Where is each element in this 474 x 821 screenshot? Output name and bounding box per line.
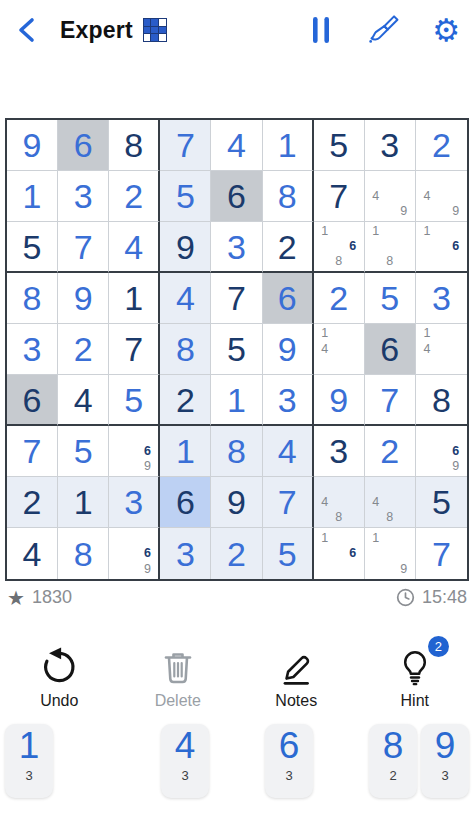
cell-r1c4[interactable]: 7 bbox=[160, 120, 211, 171]
given-digit: 9 bbox=[176, 230, 195, 264]
cell-r4c2[interactable]: 9 bbox=[58, 273, 109, 324]
user-digit: 3 bbox=[278, 383, 297, 417]
cell-r1c8[interactable]: 3 bbox=[365, 120, 416, 171]
cell-r6c3[interactable]: 5 bbox=[109, 375, 160, 426]
cell-r9c6[interactable]: 5 bbox=[263, 528, 314, 579]
notes-label: Notes bbox=[275, 692, 317, 710]
cell-r7c8[interactable]: 2 bbox=[365, 426, 416, 477]
given-digit: 3 bbox=[329, 434, 348, 468]
user-digit: 3 bbox=[23, 332, 42, 366]
user-digit: 5 bbox=[176, 179, 195, 213]
cell-r6c9[interactable]: 8 bbox=[416, 375, 467, 426]
hint-label: Hint bbox=[401, 692, 429, 710]
cell-r4c4[interactable]: 4 bbox=[160, 273, 211, 324]
cell-r6c6[interactable]: 3 bbox=[263, 375, 314, 426]
cell-r8c3[interactable]: 3 bbox=[109, 477, 160, 528]
user-digit: 1 bbox=[227, 383, 246, 417]
notes-grid: 49 bbox=[365, 171, 415, 221]
pause-icon bbox=[308, 16, 334, 44]
numpad-key-1[interactable]: 13 bbox=[5, 724, 53, 798]
notes-grid: 69 bbox=[416, 426, 467, 476]
user-digit: 3 bbox=[176, 537, 195, 571]
cell-r8c5[interactable]: 9 bbox=[211, 477, 262, 528]
user-digit: 9 bbox=[329, 383, 348, 417]
cell-r4c3[interactable]: 1 bbox=[109, 273, 160, 324]
given-digit: 1 bbox=[124, 281, 143, 315]
cell-r9c3[interactable]: 69 bbox=[109, 528, 160, 579]
user-digit: 8 bbox=[74, 537, 93, 571]
notes-grid: 69 bbox=[109, 426, 158, 476]
difficulty-grid-icon bbox=[143, 18, 167, 42]
numpad-digit: 4 bbox=[175, 726, 196, 767]
cell-r1c7[interactable]: 5 bbox=[314, 120, 365, 171]
trash-icon bbox=[158, 646, 198, 688]
star-icon: ★ bbox=[7, 588, 25, 608]
cell-r7c7[interactable]: 3 bbox=[314, 426, 365, 477]
notes-grid: 48 bbox=[365, 477, 415, 527]
cell-r4c1[interactable]: 8 bbox=[7, 273, 58, 324]
cell-r5c4[interactable]: 8 bbox=[160, 324, 211, 375]
given-digit: 1 bbox=[74, 485, 93, 519]
cell-r8c4[interactable]: 6 bbox=[160, 477, 211, 528]
cell-r7c4[interactable]: 1 bbox=[160, 426, 211, 477]
notes-grid: 16 bbox=[416, 222, 467, 271]
given-digit: 6 bbox=[380, 332, 399, 366]
cell-r3c1[interactable]: 5 bbox=[7, 222, 58, 273]
user-digit: 5 bbox=[278, 537, 297, 571]
cell-r8c8[interactable]: 48 bbox=[365, 477, 416, 528]
numpad-digit: 8 bbox=[383, 726, 404, 767]
undo-icon bbox=[38, 646, 80, 688]
numpad-key-4[interactable]: 43 bbox=[161, 724, 209, 798]
given-digit: 5 bbox=[227, 332, 246, 366]
cell-r4c6[interactable]: 6 bbox=[263, 273, 314, 324]
user-digit: 2 bbox=[329, 281, 348, 315]
pencil-icon bbox=[275, 646, 317, 688]
numpad-remaining-count: 3 bbox=[181, 768, 188, 783]
cell-r9c9[interactable]: 7 bbox=[416, 528, 467, 579]
cell-r6c8[interactable]: 7 bbox=[365, 375, 416, 426]
user-digit: 1 bbox=[278, 128, 297, 162]
numpad-digit: 9 bbox=[435, 726, 456, 767]
toolbar: Undo Delete Notes bbox=[0, 642, 474, 710]
numpad-digit: 6 bbox=[279, 726, 300, 767]
user-digit: 4 bbox=[227, 128, 246, 162]
user-digit: 8 bbox=[23, 281, 42, 315]
cell-r3c7[interactable]: 168 bbox=[314, 222, 365, 273]
cell-r2c7[interactable]: 7 bbox=[314, 171, 365, 222]
numpad-remaining-count: 3 bbox=[25, 768, 32, 783]
cell-r6c5[interactable]: 1 bbox=[211, 375, 262, 426]
hint-badge: 2 bbox=[428, 636, 449, 657]
given-digit: 6 bbox=[23, 383, 42, 417]
cell-r5c5[interactable]: 5 bbox=[211, 324, 262, 375]
user-digit: 1 bbox=[176, 434, 195, 468]
given-digit: 2 bbox=[176, 383, 195, 417]
given-digit: 7 bbox=[227, 281, 246, 315]
cell-r3c5[interactable]: 3 bbox=[211, 222, 262, 273]
chevron-left-icon bbox=[15, 16, 39, 44]
user-digit: 2 bbox=[124, 179, 143, 213]
cell-r4c7[interactable]: 2 bbox=[314, 273, 365, 324]
numpad-key-9[interactable]: 93 bbox=[421, 724, 469, 798]
user-digit: 5 bbox=[74, 434, 93, 468]
cell-r7c5[interactable]: 8 bbox=[211, 426, 262, 477]
cell-r9c5[interactable]: 2 bbox=[211, 528, 262, 579]
numpad-digit: 1 bbox=[19, 726, 40, 767]
numpad-remaining-count: 3 bbox=[285, 768, 292, 783]
cell-r2c3[interactable]: 2 bbox=[109, 171, 160, 222]
given-digit: 2 bbox=[278, 230, 297, 264]
user-digit: 4 bbox=[278, 434, 297, 468]
delete-label: Delete bbox=[155, 692, 201, 710]
cell-r5c6[interactable]: 9 bbox=[263, 324, 314, 375]
cell-r8c1[interactable]: 2 bbox=[7, 477, 58, 528]
user-digit: 7 bbox=[278, 485, 297, 519]
status-row: ★ 1830 15:48 bbox=[0, 587, 474, 608]
cell-r3c8[interactable]: 18 bbox=[365, 222, 416, 273]
given-digit: 6 bbox=[176, 485, 195, 519]
cell-r3c9[interactable]: 16 bbox=[416, 222, 467, 273]
cell-r8c6[interactable]: 7 bbox=[263, 477, 314, 528]
user-digit: 6 bbox=[74, 128, 93, 162]
given-digit: 4 bbox=[23, 537, 42, 571]
user-digit: 6 bbox=[278, 281, 297, 315]
cell-r2c2[interactable]: 3 bbox=[58, 171, 109, 222]
user-digit: 2 bbox=[432, 128, 451, 162]
undo-button[interactable]: Undo bbox=[0, 642, 119, 710]
cell-r2c5[interactable]: 6 bbox=[211, 171, 262, 222]
score-value: 1830 bbox=[32, 587, 72, 608]
given-digit: 5 bbox=[23, 230, 42, 264]
given-digit: 6 bbox=[227, 179, 246, 213]
user-digit: 8 bbox=[278, 179, 297, 213]
cell-r5c1[interactable]: 3 bbox=[7, 324, 58, 375]
cell-r8c7[interactable]: 48 bbox=[314, 477, 365, 528]
cell-r4c5[interactable]: 7 bbox=[211, 273, 262, 324]
cell-r7c2[interactable]: 5 bbox=[58, 426, 109, 477]
cell-r6c2[interactable]: 4 bbox=[58, 375, 109, 426]
user-digit: 3 bbox=[227, 230, 246, 264]
cell-r1c3[interactable]: 8 bbox=[109, 120, 160, 171]
cell-r1c1[interactable]: 9 bbox=[7, 120, 58, 171]
cell-r1c5[interactable]: 4 bbox=[211, 120, 262, 171]
pause-button[interactable] bbox=[308, 16, 334, 44]
given-digit: 2 bbox=[23, 485, 42, 519]
cell-r5c7[interactable]: 14 bbox=[314, 324, 365, 375]
cell-r3c4[interactable]: 9 bbox=[160, 222, 211, 273]
given-digit: 3 bbox=[380, 128, 399, 162]
given-digit: 4 bbox=[74, 383, 93, 417]
user-digit: 2 bbox=[380, 434, 399, 468]
cell-r6c1[interactable]: 6 bbox=[7, 375, 58, 426]
time-value: 15:48 bbox=[422, 587, 467, 608]
notes-button[interactable]: Notes bbox=[237, 642, 356, 710]
cell-r6c4[interactable]: 2 bbox=[160, 375, 211, 426]
user-digit: 5 bbox=[124, 383, 143, 417]
cell-r5c8[interactable]: 6 bbox=[365, 324, 416, 375]
cell-r5c3[interactable]: 7 bbox=[109, 324, 160, 375]
paint-brush-icon bbox=[366, 13, 400, 47]
settings-button[interactable]: ⚙ bbox=[432, 15, 460, 46]
given-digit: 5 bbox=[329, 128, 348, 162]
user-digit: 9 bbox=[74, 281, 93, 315]
cell-r5c9[interactable]: 14 bbox=[416, 324, 467, 375]
notes-grid: 19 bbox=[365, 528, 415, 579]
user-digit: 5 bbox=[380, 281, 399, 315]
cell-r7c3[interactable]: 69 bbox=[109, 426, 160, 477]
user-digit: 2 bbox=[227, 537, 246, 571]
page-title: Expert bbox=[60, 17, 133, 44]
cell-r2c1[interactable]: 1 bbox=[7, 171, 58, 222]
numpad: 1343638293 bbox=[5, 724, 469, 798]
cell-r8c2[interactable]: 1 bbox=[58, 477, 109, 528]
cell-r2c9[interactable]: 49 bbox=[416, 171, 467, 222]
cell-r7c1[interactable]: 7 bbox=[7, 426, 58, 477]
notes-grid: 14 bbox=[416, 324, 467, 374]
notes-grid: 18 bbox=[365, 222, 415, 271]
numpad-key-6[interactable]: 63 bbox=[265, 724, 313, 798]
user-digit: 2 bbox=[74, 332, 93, 366]
user-digit: 4 bbox=[124, 230, 143, 264]
cell-r3c3[interactable]: 4 bbox=[109, 222, 160, 273]
given-digit: 7 bbox=[329, 179, 348, 213]
cell-r6c7[interactable]: 9 bbox=[314, 375, 365, 426]
given-digit: 8 bbox=[432, 383, 451, 417]
cell-r4c8[interactable]: 5 bbox=[365, 273, 416, 324]
cell-r3c2[interactable]: 7 bbox=[58, 222, 109, 273]
delete-button[interactable]: Delete bbox=[119, 642, 238, 710]
given-digit: 9 bbox=[227, 485, 246, 519]
cell-r1c9[interactable]: 2 bbox=[416, 120, 467, 171]
cell-r7c6[interactable]: 4 bbox=[263, 426, 314, 477]
user-digit: 7 bbox=[432, 537, 451, 571]
cell-r1c6[interactable]: 1 bbox=[263, 120, 314, 171]
gear-icon: ⚙ bbox=[432, 15, 460, 46]
cell-r9c7[interactable]: 16 bbox=[314, 528, 365, 579]
user-digit: 7 bbox=[23, 434, 42, 468]
cell-r8c9[interactable]: 5 bbox=[416, 477, 467, 528]
given-digit: 5 bbox=[432, 485, 451, 519]
cell-r9c4[interactable]: 3 bbox=[160, 528, 211, 579]
user-digit: 8 bbox=[176, 332, 195, 366]
notes-grid: 14 bbox=[314, 324, 364, 374]
clock-icon bbox=[396, 588, 415, 607]
notes-grid: 48 bbox=[314, 477, 364, 527]
numpad-remaining-count: 2 bbox=[389, 768, 396, 783]
user-digit: 9 bbox=[23, 128, 42, 162]
user-digit: 4 bbox=[176, 281, 195, 315]
given-digit: 8 bbox=[124, 128, 143, 162]
user-digit: 3 bbox=[432, 281, 451, 315]
user-digit: 7 bbox=[176, 128, 195, 162]
user-digit: 9 bbox=[278, 332, 297, 366]
cell-r2c8[interactable]: 49 bbox=[365, 171, 416, 222]
cell-r7c9[interactable]: 69 bbox=[416, 426, 467, 477]
cell-r9c1[interactable]: 4 bbox=[7, 528, 58, 579]
given-digit: 7 bbox=[124, 332, 143, 366]
notes-grid: 16 bbox=[314, 528, 364, 579]
cell-r9c2[interactable]: 8 bbox=[58, 528, 109, 579]
undo-label: Undo bbox=[40, 692, 78, 710]
back-button[interactable] bbox=[12, 15, 42, 45]
user-digit: 1 bbox=[23, 179, 42, 213]
user-digit: 8 bbox=[227, 434, 246, 468]
user-digit: 3 bbox=[74, 179, 93, 213]
cell-r1c2[interactable]: 6 bbox=[58, 120, 109, 171]
numpad-remaining-count: 3 bbox=[441, 768, 448, 783]
sudoku-board: 9687415321325687494957493216818168914762… bbox=[5, 118, 469, 581]
cell-r2c4[interactable]: 5 bbox=[160, 171, 211, 222]
cell-r4c9[interactable]: 3 bbox=[416, 273, 467, 324]
theme-button[interactable] bbox=[366, 13, 400, 47]
cell-r9c8[interactable]: 19 bbox=[365, 528, 416, 579]
header: Expert ⚙ bbox=[0, 0, 474, 56]
user-digit: 7 bbox=[380, 383, 399, 417]
notes-grid: 69 bbox=[109, 528, 158, 579]
user-digit: 3 bbox=[124, 485, 143, 519]
hint-button[interactable]: 2 Hint bbox=[356, 642, 474, 710]
notes-grid: 168 bbox=[314, 222, 364, 271]
notes-grid: 49 bbox=[416, 171, 467, 221]
cell-r2c6[interactable]: 8 bbox=[263, 171, 314, 222]
cell-r5c2[interactable]: 2 bbox=[58, 324, 109, 375]
user-digit: 7 bbox=[74, 230, 93, 264]
cell-r3c6[interactable]: 2 bbox=[263, 222, 314, 273]
numpad-key-8[interactable]: 82 bbox=[369, 724, 417, 798]
